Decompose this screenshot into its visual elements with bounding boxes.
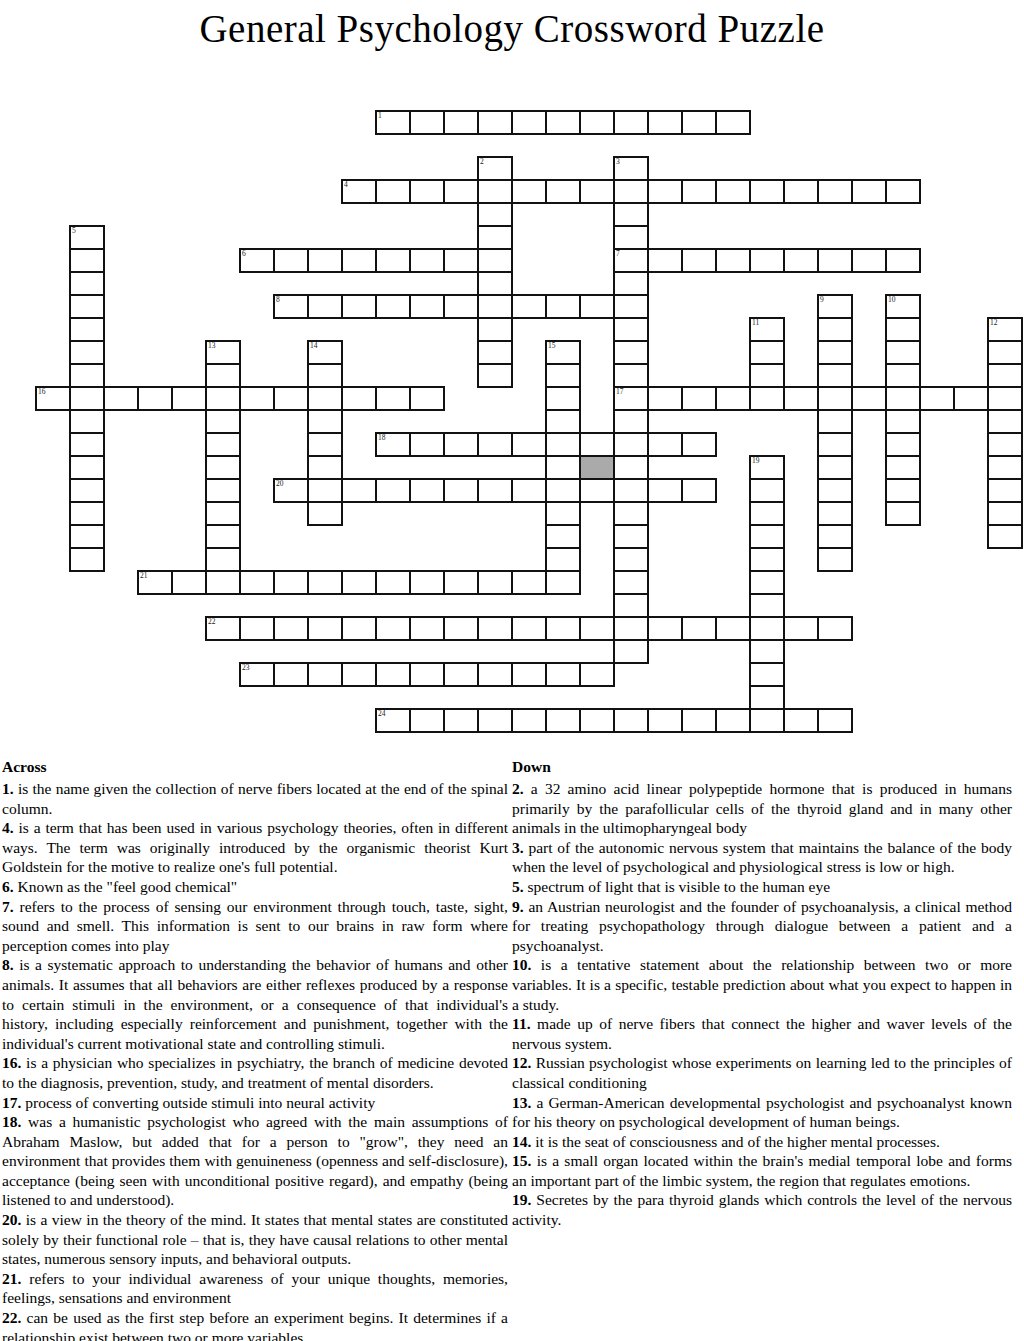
grid-cell[interactable] [307, 294, 343, 319]
grid-cell[interactable] [511, 179, 547, 204]
grid-cell[interactable] [477, 478, 513, 503]
grid-cell[interactable] [443, 179, 479, 204]
grid-cell[interactable] [681, 616, 717, 641]
grid-cell[interactable] [545, 570, 581, 595]
grid-cell[interactable] [613, 432, 649, 457]
grid-cell[interactable] [817, 708, 853, 733]
grid-cell[interactable] [443, 616, 479, 641]
clue-number: 3. [512, 839, 524, 856]
grid-cell[interactable] [749, 524, 785, 549]
grid-cell[interactable] [715, 616, 751, 641]
down-clue-12: 12. Russian psychologist whose experimen… [512, 1053, 1012, 1092]
grid-cell[interactable] [817, 547, 853, 572]
cell-number: 16 [38, 388, 46, 396]
grid-cell[interactable] [103, 386, 139, 411]
grid-cell[interactable] [681, 248, 717, 273]
grid-cell[interactable] [409, 570, 445, 595]
grid-cell[interactable] [409, 110, 445, 135]
grid-cell[interactable] [987, 386, 1023, 411]
grid-cell[interactable] [69, 409, 105, 434]
grid-cell[interactable] [375, 386, 411, 411]
grid-cell[interactable] [579, 110, 615, 135]
grid-cell[interactable] [307, 409, 343, 434]
grid-cell[interactable] [341, 248, 377, 273]
grid-cell[interactable] [885, 179, 921, 204]
grid-cell[interactable] [749, 662, 785, 687]
grid-cell[interactable] [647, 179, 683, 204]
grid-cell[interactable] [69, 271, 105, 296]
grid-cell[interactable] [749, 593, 785, 618]
grid-cell[interactable] [783, 248, 819, 273]
grid-cell[interactable] [341, 478, 377, 503]
grid-cell[interactable] [545, 294, 581, 319]
grid-cell[interactable] [647, 386, 683, 411]
grid-cell[interactable] [511, 570, 547, 595]
grid-cell[interactable] [409, 386, 445, 411]
grid-cell[interactable] [749, 708, 785, 733]
clue-number: 10. [512, 956, 531, 973]
grid-cell[interactable] [749, 363, 785, 388]
grid-cell[interactable] [647, 432, 683, 457]
crossword-grid: 123456789101112131415161718192021222324 [0, 0, 1024, 745]
grid-cell[interactable] [205, 501, 241, 526]
grid-cell[interactable] [783, 179, 819, 204]
grid-cell[interactable] [409, 432, 445, 457]
grid-cell[interactable] [375, 179, 411, 204]
cell-number: 4 [344, 181, 348, 189]
cell-number: 5 [72, 227, 76, 235]
grid-cell[interactable] [69, 455, 105, 480]
grid-cell[interactable]: 12 [987, 317, 1023, 342]
grid-cell[interactable]: 17 [613, 386, 649, 411]
grid-cell[interactable] [443, 248, 479, 273]
grid-cell[interactable] [749, 478, 785, 503]
grid-cell[interactable]: 6 [239, 248, 275, 273]
grid-cell[interactable] [511, 432, 547, 457]
grid-cell[interactable]: 16 [35, 386, 71, 411]
grid-cell[interactable] [477, 271, 513, 296]
grid-cell[interactable] [647, 616, 683, 641]
grid-cell[interactable] [953, 386, 989, 411]
grid-cell[interactable] [477, 340, 513, 365]
grid-cell[interactable] [307, 501, 343, 526]
grid-cell[interactable] [477, 225, 513, 250]
grid-cell[interactable] [715, 179, 751, 204]
clue-number: 6. [2, 878, 14, 895]
cell-number: 23 [242, 664, 250, 672]
grid-cell[interactable] [613, 110, 649, 135]
grid-cell[interactable] [817, 248, 853, 273]
grid-cell[interactable] [69, 501, 105, 526]
grid-cell[interactable] [715, 248, 751, 273]
grid-cell[interactable] [613, 179, 649, 204]
grid-cell[interactable] [273, 386, 309, 411]
cell-number: 17 [616, 388, 624, 396]
grid-cell[interactable] [205, 455, 241, 480]
grid-cell[interactable] [375, 478, 411, 503]
cell-number: 1 [378, 112, 382, 120]
grid-cell[interactable] [749, 547, 785, 572]
grid-cell[interactable] [817, 317, 853, 342]
down-clues-column: Down 2. a 32 amino acid linear polypepti… [512, 758, 1012, 1230]
grid-cell[interactable] [307, 478, 343, 503]
grid-cell[interactable] [545, 524, 581, 549]
grid-cell[interactable] [511, 708, 547, 733]
blocked-cell [579, 455, 615, 480]
grid-cell[interactable] [613, 570, 649, 595]
grid-cell[interactable] [681, 179, 717, 204]
cell-number: 8 [276, 296, 280, 304]
grid-cell[interactable] [647, 708, 683, 733]
grid-cell[interactable] [749, 386, 785, 411]
grid-cell[interactable] [409, 179, 445, 204]
grid-cell[interactable] [681, 432, 717, 457]
grid-cell[interactable] [613, 593, 649, 618]
across-clue-16: 16. is a physician who specializes in ps… [2, 1053, 508, 1092]
grid-cell[interactable] [511, 616, 547, 641]
grid-cell[interactable] [69, 432, 105, 457]
grid-cell[interactable] [545, 386, 581, 411]
grid-cell[interactable]: 20 [273, 478, 309, 503]
grid-cell[interactable] [69, 524, 105, 549]
grid-cell[interactable] [613, 708, 649, 733]
grid-cell[interactable] [477, 317, 513, 342]
grid-cell[interactable] [579, 294, 615, 319]
grid-cell[interactable] [409, 708, 445, 733]
grid-cell[interactable] [613, 294, 649, 319]
grid-cell[interactable] [307, 363, 343, 388]
grid-cell[interactable]: 4 [341, 179, 377, 204]
grid-cell[interactable] [749, 340, 785, 365]
grid-cell[interactable] [511, 662, 547, 687]
grid-cell[interactable] [817, 386, 853, 411]
grid-cell[interactable]: 10 [885, 294, 921, 319]
grid-cell[interactable] [885, 363, 921, 388]
grid-cell[interactable] [205, 524, 241, 549]
down-clue-14: 14. it is the seat of consciousness and … [512, 1132, 1012, 1152]
grid-cell[interactable]: 8 [273, 294, 309, 319]
grid-cell[interactable] [851, 386, 887, 411]
grid-cell[interactable] [341, 616, 377, 641]
grid-cell[interactable] [885, 317, 921, 342]
grid-cell[interactable] [783, 386, 819, 411]
across-clue-7: 7. refers to the process of sensing our … [2, 897, 508, 956]
grid-cell[interactable] [681, 110, 717, 135]
grid-cell[interactable] [987, 409, 1023, 434]
grid-cell[interactable] [171, 386, 207, 411]
grid-cell[interactable] [613, 639, 649, 664]
grid-cell[interactable] [987, 363, 1023, 388]
clue-number: 19. [512, 1191, 531, 1208]
grid-cell[interactable] [341, 386, 377, 411]
grid-cell[interactable] [477, 662, 513, 687]
grid-cell[interactable]: 19 [749, 455, 785, 480]
grid-cell[interactable] [205, 409, 241, 434]
grid-cell[interactable] [681, 708, 717, 733]
grid-cell[interactable] [987, 340, 1023, 365]
grid-cell[interactable] [545, 432, 581, 457]
grid-cell[interactable] [69, 363, 105, 388]
grid-cell[interactable] [69, 478, 105, 503]
grid-cell[interactable] [545, 179, 581, 204]
grid-cell[interactable] [307, 455, 343, 480]
grid-cell[interactable]: 5 [69, 225, 105, 250]
grid-cell[interactable] [579, 708, 615, 733]
grid-cell[interactable] [885, 386, 921, 411]
grid-cell[interactable] [579, 179, 615, 204]
grid-cell[interactable] [545, 363, 581, 388]
grid-cell[interactable] [477, 294, 513, 319]
grid-cell[interactable] [375, 662, 411, 687]
grid-cell[interactable] [749, 639, 785, 664]
grid-cell[interactable] [613, 225, 649, 250]
grid-cell[interactable] [613, 524, 649, 549]
grid-cell[interactable] [443, 294, 479, 319]
grid-cell[interactable] [817, 409, 853, 434]
cell-number: 6 [242, 250, 246, 258]
grid-cell[interactable] [613, 547, 649, 572]
grid-cell[interactable] [613, 340, 649, 365]
grid-cell[interactable] [409, 294, 445, 319]
grid-cell[interactable] [749, 248, 785, 273]
grid-cell[interactable] [239, 616, 275, 641]
grid-cell[interactable] [545, 616, 581, 641]
grid-cell[interactable] [919, 386, 955, 411]
grid-cell[interactable] [511, 110, 547, 135]
grid-cell[interactable] [885, 501, 921, 526]
grid-cell[interactable] [817, 340, 853, 365]
across-clue-17: 17. process of converting outside stimul… [2, 1093, 508, 1113]
grid-cell[interactable] [579, 478, 615, 503]
grid-cell[interactable]: 21 [137, 570, 173, 595]
grid-cell[interactable] [477, 179, 513, 204]
grid-cell[interactable] [579, 662, 615, 687]
grid-cell[interactable] [545, 478, 581, 503]
grid-cell[interactable] [443, 662, 479, 687]
grid-cell[interactable] [409, 248, 445, 273]
grid-cell[interactable] [375, 616, 411, 641]
down-clue-15: 15. is a small organ located within the … [512, 1151, 1012, 1190]
grid-cell[interactable] [477, 432, 513, 457]
grid-cell[interactable] [307, 386, 343, 411]
grid-cell[interactable] [375, 294, 411, 319]
grid-cell[interactable] [341, 662, 377, 687]
grid-cell[interactable]: 18 [375, 432, 411, 457]
grid-cell[interactable] [511, 294, 547, 319]
grid-cell[interactable] [69, 317, 105, 342]
grid-cell[interactable] [885, 432, 921, 457]
grid-cell[interactable] [69, 386, 105, 411]
cell-number: 22 [208, 618, 216, 626]
grid-cell[interactable] [613, 363, 649, 388]
grid-cell[interactable] [443, 570, 479, 595]
grid-cell[interactable] [205, 478, 241, 503]
grid-cell[interactable] [613, 317, 649, 342]
grid-cell[interactable] [885, 478, 921, 503]
grid-cell[interactable] [341, 294, 377, 319]
grid-cell[interactable] [545, 409, 581, 434]
grid-cell[interactable] [205, 547, 241, 572]
grid-cell[interactable] [477, 616, 513, 641]
grid-cell[interactable] [307, 432, 343, 457]
grid-cell[interactable] [885, 455, 921, 480]
grid-cell[interactable] [409, 478, 445, 503]
grid-cell[interactable] [817, 616, 853, 641]
grid-cell[interactable] [613, 202, 649, 227]
grid-cell[interactable] [851, 179, 887, 204]
grid-cell[interactable] [477, 363, 513, 388]
grid-cell[interactable]: 15 [545, 340, 581, 365]
grid-cell[interactable] [341, 570, 377, 595]
grid-cell[interactable]: 2 [477, 156, 513, 181]
grid-cell[interactable] [545, 547, 581, 572]
grid-cell[interactable] [69, 340, 105, 365]
grid-cell[interactable] [443, 432, 479, 457]
grid-cell[interactable] [817, 478, 853, 503]
grid-cell[interactable] [851, 248, 887, 273]
grid-cell[interactable] [545, 455, 581, 480]
grid-cell[interactable] [443, 478, 479, 503]
grid-cell[interactable]: 11 [749, 317, 785, 342]
grid-cell[interactable] [477, 708, 513, 733]
grid-cell[interactable]: 7 [613, 248, 649, 273]
grid-cell[interactable] [545, 708, 581, 733]
grid-cell[interactable] [69, 294, 105, 319]
grid-cell[interactable] [817, 432, 853, 457]
grid-cell[interactable] [239, 386, 275, 411]
grid-cell[interactable] [817, 179, 853, 204]
grid-cell[interactable] [205, 432, 241, 457]
cell-number: 20 [276, 480, 284, 488]
grid-cell[interactable] [647, 478, 683, 503]
grid-cell[interactable] [579, 616, 615, 641]
grid-cell[interactable] [749, 179, 785, 204]
grid-cell[interactable] [409, 662, 445, 687]
grid-cell[interactable]: 14 [307, 340, 343, 365]
clue-number: 20. [2, 1211, 21, 1228]
grid-cell[interactable] [885, 248, 921, 273]
grid-cell[interactable] [205, 363, 241, 388]
grid-cell[interactable] [681, 386, 717, 411]
grid-cell[interactable] [307, 248, 343, 273]
grid-cell[interactable] [613, 478, 649, 503]
clue-number: 12. [512, 1054, 531, 1071]
grid-cell[interactable] [273, 248, 309, 273]
grid-cell[interactable] [477, 110, 513, 135]
grid-cell[interactable] [885, 340, 921, 365]
grid-cell[interactable] [205, 570, 241, 595]
grid-cell[interactable]: 22 [205, 616, 241, 641]
clue-number: 15. [512, 1152, 531, 1169]
down-clue-19: 19. Secretes by the para thyroid glands … [512, 1190, 1012, 1229]
grid-cell[interactable] [987, 524, 1023, 549]
grid-cell[interactable] [409, 616, 445, 641]
grid-cell[interactable] [715, 110, 751, 135]
grid-cell[interactable] [613, 409, 649, 434]
grid-cell[interactable] [273, 616, 309, 641]
crossword-page: General Psychology Crossword Puzzle 1234… [0, 0, 1024, 1341]
grid-cell[interactable] [69, 248, 105, 273]
grid-cell[interactable]: 9 [817, 294, 853, 319]
clue-number: 4. [2, 819, 14, 836]
grid-cell[interactable] [273, 570, 309, 595]
grid-cell[interactable] [647, 110, 683, 135]
grid-cell[interactable] [443, 110, 479, 135]
grid-cell[interactable] [783, 708, 819, 733]
cell-number: 2 [480, 158, 484, 166]
grid-cell[interactable] [545, 501, 581, 526]
grid-cell[interactable] [613, 271, 649, 296]
grid-cell[interactable] [307, 662, 343, 687]
grid-cell[interactable] [647, 248, 683, 273]
grid-cell[interactable] [885, 409, 921, 434]
grid-cell[interactable] [171, 570, 207, 595]
grid-cell[interactable] [817, 524, 853, 549]
grid-cell[interactable] [749, 570, 785, 595]
grid-cell[interactable] [69, 547, 105, 572]
grid-cell[interactable] [137, 386, 173, 411]
grid-cell[interactable] [817, 455, 853, 480]
grid-cell[interactable]: 24 [375, 708, 411, 733]
grid-cell[interactable]: 1 [375, 110, 411, 135]
grid-cell[interactable] [749, 501, 785, 526]
grid-cell[interactable] [579, 432, 615, 457]
cell-number: 11 [752, 319, 759, 327]
grid-cell[interactable] [613, 455, 649, 480]
grid-cell[interactable] [681, 478, 717, 503]
grid-cell[interactable] [477, 248, 513, 273]
grid-cell[interactable] [817, 501, 853, 526]
grid-cell[interactable] [239, 570, 275, 595]
grid-cell[interactable] [987, 501, 1023, 526]
grid-cell[interactable] [817, 363, 853, 388]
grid-cell[interactable]: 3 [613, 156, 649, 181]
grid-cell[interactable] [749, 616, 785, 641]
cell-number: 9 [820, 296, 824, 304]
grid-cell[interactable] [545, 110, 581, 135]
grid-cell[interactable] [477, 570, 513, 595]
cell-number: 10 [888, 296, 896, 304]
grid-cell[interactable]: 23 [239, 662, 275, 687]
grid-cell[interactable] [375, 248, 411, 273]
grid-cell[interactable] [749, 685, 785, 710]
down-clue-3: 3. part of the autonomic nervous system … [512, 838, 1012, 877]
clue-number: 8. [2, 956, 14, 973]
grid-cell[interactable] [783, 616, 819, 641]
grid-cell[interactable] [613, 501, 649, 526]
down-clue-9: 9. an Austrian neurologist and the found… [512, 897, 1012, 956]
grid-cell[interactable] [987, 455, 1023, 480]
grid-cell[interactable] [511, 478, 547, 503]
grid-cell[interactable] [477, 202, 513, 227]
clue-number: 7. [2, 898, 14, 915]
grid-cell[interactable] [545, 662, 581, 687]
grid-cell[interactable]: 13 [205, 340, 241, 365]
grid-cell[interactable] [307, 570, 343, 595]
grid-cell[interactable] [613, 616, 649, 641]
grid-cell[interactable] [987, 478, 1023, 503]
grid-cell[interactable] [273, 662, 309, 687]
grid-cell[interactable] [375, 570, 411, 595]
grid-cell[interactable] [715, 708, 751, 733]
grid-cell[interactable] [307, 616, 343, 641]
across-clue-21: 21. refers to your individual awareness … [2, 1269, 508, 1308]
grid-cell[interactable] [443, 708, 479, 733]
grid-cell[interactable] [987, 432, 1023, 457]
grid-cell[interactable] [715, 386, 751, 411]
down-clue-10: 10. is a tentative statement about the r… [512, 955, 1012, 1014]
grid-cell[interactable] [205, 386, 241, 411]
